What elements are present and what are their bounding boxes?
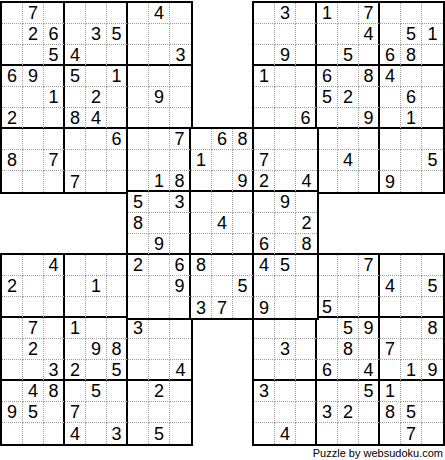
top-right-cell-r4c21[interactable] — [422, 66, 443, 87]
center-cell-r8c9[interactable] — [170, 150, 191, 171]
center-cell-r8c10[interactable]: 1 — [191, 150, 212, 171]
top-right-cell-r1c18[interactable]: 7 — [359, 3, 380, 24]
top-right-cell-r6c13[interactable] — [254, 108, 275, 129]
bottom-left-cell-r18c8[interactable] — [149, 360, 170, 381]
top-right-cell-r1c16[interactable]: 1 — [317, 3, 338, 24]
top-left-cell-r9c5[interactable] — [86, 171, 107, 192]
bottom-right-cell-r20c15[interactable] — [296, 402, 317, 423]
top-right-cell-r3c15[interactable] — [296, 45, 317, 66]
bottom-left-cell-r21c1[interactable] — [2, 423, 23, 444]
center-cell-r14c14[interactable] — [275, 276, 296, 297]
center-cell-r9c11[interactable] — [212, 171, 233, 192]
center-cell-r13c7[interactable]: 2 — [128, 255, 149, 276]
bottom-left-cell-r20c1[interactable]: 9 — [2, 402, 23, 423]
bottom-right-cell-r14c20[interactable] — [401, 276, 422, 297]
top-right-cell-r6c20[interactable]: 1 — [401, 108, 422, 129]
bottom-right-cell-r19c21[interactable] — [422, 381, 443, 402]
top-left-cell-r5c8[interactable]: 9 — [149, 87, 170, 108]
bottom-right-cell-r20c16[interactable]: 3 — [317, 402, 338, 423]
center-cell-r10c14[interactable]: 9 — [275, 192, 296, 213]
center-cell-r12c12[interactable] — [233, 234, 254, 255]
top-left-cell-r6c3[interactable] — [44, 108, 65, 129]
bottom-left-cell-r13c2[interactable] — [23, 255, 44, 276]
bottom-left-cell-r16c1[interactable] — [2, 318, 23, 339]
bottom-right-cell-r13c16[interactable] — [317, 255, 338, 276]
bottom-left-cell-r17c6[interactable]: 8 — [107, 339, 128, 360]
center-cell-r9c12[interactable]: 9 — [233, 171, 254, 192]
top-right-cell-r9c21[interactable] — [422, 171, 443, 192]
top-right-cell-r8c17[interactable]: 4 — [338, 150, 359, 171]
top-left-cell-r3c4[interactable]: 4 — [65, 45, 86, 66]
top-right-cell-r3c14[interactable]: 9 — [275, 45, 296, 66]
bottom-right-cell-r16c18[interactable]: 9 — [359, 318, 380, 339]
bottom-left-cell-r13c1[interactable] — [2, 255, 23, 276]
top-right-cell-r3c20[interactable]: 8 — [401, 45, 422, 66]
top-right-cell-r3c13[interactable] — [254, 45, 275, 66]
bottom-left-cell-r15c1[interactable] — [2, 297, 23, 318]
bottom-right-cell-r19c17[interactable] — [338, 381, 359, 402]
bottom-left-cell-r17c8[interactable] — [149, 339, 170, 360]
top-right-cell-r1c14[interactable]: 3 — [275, 3, 296, 24]
top-right-cell-r1c20[interactable] — [401, 3, 422, 24]
top-left-cell-r8c6[interactable] — [107, 150, 128, 171]
bottom-right-cell-r18c17[interactable] — [338, 360, 359, 381]
top-left-cell-r8c5[interactable] — [86, 150, 107, 171]
bottom-right-cell-r13c19[interactable] — [380, 255, 401, 276]
top-left-cell-r8c4[interactable] — [65, 150, 86, 171]
bottom-left-cell-r19c7[interactable] — [128, 381, 149, 402]
bottom-right-cell-r13c17[interactable] — [338, 255, 359, 276]
center-cell-r14c11[interactable] — [212, 276, 233, 297]
bottom-left-cell-r14c5[interactable]: 1 — [86, 276, 107, 297]
top-left-cell-r1c8[interactable]: 4 — [149, 3, 170, 24]
top-left-cell-r6c4[interactable]: 8 — [65, 108, 86, 129]
bottom-right-cell-r18c15[interactable] — [296, 360, 317, 381]
top-right-cell-r3c21[interactable] — [422, 45, 443, 66]
top-left-cell-r8c2[interactable] — [23, 150, 44, 171]
top-left-cell-r5c5[interactable]: 2 — [86, 87, 107, 108]
center-cell-r8c7[interactable] — [128, 150, 149, 171]
bottom-left-cell-r21c7[interactable] — [128, 423, 149, 444]
bottom-left-cell-r15c3[interactable] — [44, 297, 65, 318]
bottom-left-cell-r16c9[interactable] — [170, 318, 191, 339]
bottom-right-cell-r16c16[interactable] — [317, 318, 338, 339]
bottom-left-cell-r16c8[interactable] — [149, 318, 170, 339]
center-cell-r12c11[interactable] — [212, 234, 233, 255]
center-cell-r13c13[interactable]: 4 — [254, 255, 275, 276]
bottom-left-cell-r18c6[interactable]: 5 — [107, 360, 128, 381]
top-left-cell-r3c6[interactable] — [107, 45, 128, 66]
bottom-right-cell-r14c21[interactable]: 5 — [422, 276, 443, 297]
top-left-cell-r2c7[interactable] — [128, 24, 149, 45]
bottom-right-cell-r15c21[interactable] — [422, 297, 443, 318]
bottom-right-cell-r16c15[interactable] — [296, 318, 317, 339]
bottom-left-cell-r13c5[interactable] — [86, 255, 107, 276]
center-cell-r15c14[interactable] — [275, 297, 296, 318]
top-left-cell-r4c7[interactable] — [128, 66, 149, 87]
top-left-cell-r1c3[interactable] — [44, 3, 65, 24]
center-cell-r10c7[interactable]: 5 — [128, 192, 149, 213]
center-cell-r15c12[interactable] — [233, 297, 254, 318]
center-cell-r15c10[interactable]: 3 — [191, 297, 212, 318]
bottom-right-cell-r17c21[interactable] — [422, 339, 443, 360]
center-cell-r12c15[interactable]: 8 — [296, 234, 317, 255]
top-left-cell-r8c1[interactable]: 8 — [2, 150, 23, 171]
top-left-cell-r7c1[interactable] — [2, 129, 23, 150]
top-right-cell-r4c14[interactable] — [275, 66, 296, 87]
top-left-cell-r7c6[interactable]: 6 — [107, 129, 128, 150]
center-cell-r7c7[interactable] — [128, 129, 149, 150]
bottom-left-cell-r16c3[interactable] — [44, 318, 65, 339]
bottom-right-cell-r20c19[interactable]: 8 — [380, 402, 401, 423]
center-cell-r11c15[interactable]: 2 — [296, 213, 317, 234]
top-right-cell-r4c13[interactable]: 1 — [254, 66, 275, 87]
top-right-cell-r3c18[interactable] — [359, 45, 380, 66]
top-right-cell-r4c19[interactable]: 4 — [380, 66, 401, 87]
center-cell-r10c10[interactable] — [191, 192, 212, 213]
top-left-cell-r1c4[interactable] — [65, 3, 86, 24]
top-left-cell-r6c9[interactable] — [170, 108, 191, 129]
top-right-cell-r1c17[interactable] — [338, 3, 359, 24]
center-cell-r9c7[interactable] — [128, 171, 149, 192]
bottom-right-cell-r21c17[interactable] — [338, 423, 359, 444]
top-right-cell-r6c21[interactable] — [422, 108, 443, 129]
center-cell-r12c10[interactable] — [191, 234, 212, 255]
center-cell-r10c9[interactable]: 3 — [170, 192, 191, 213]
top-right-cell-r6c19[interactable] — [380, 108, 401, 129]
bottom-right-cell-r13c18[interactable]: 7 — [359, 255, 380, 276]
bottom-right-cell-r16c19[interactable] — [380, 318, 401, 339]
bottom-left-cell-r20c8[interactable] — [149, 402, 170, 423]
center-cell-r14c9[interactable]: 9 — [170, 276, 191, 297]
center-cell-r12c9[interactable] — [170, 234, 191, 255]
center-cell-r11c14[interactable] — [275, 213, 296, 234]
bottom-right-cell-r19c13[interactable]: 3 — [254, 381, 275, 402]
top-left-cell-r4c8[interactable] — [149, 66, 170, 87]
bottom-left-cell-r17c7[interactable] — [128, 339, 149, 360]
top-right-cell-r6c16[interactable] — [317, 108, 338, 129]
bottom-left-cell-r18c1[interactable] — [2, 360, 23, 381]
top-right-cell-r7c18[interactable] — [359, 129, 380, 150]
bottom-left-cell-r20c9[interactable] — [170, 402, 191, 423]
center-cell-r11c9[interactable] — [170, 213, 191, 234]
bottom-right-cell-r17c20[interactable] — [401, 339, 422, 360]
center-cell-r7c13[interactable] — [254, 129, 275, 150]
bottom-right-cell-r19c19[interactable]: 1 — [380, 381, 401, 402]
top-right-cell-r6c15[interactable]: 6 — [296, 108, 317, 129]
bottom-right-cell-r18c14[interactable] — [275, 360, 296, 381]
center-cell-r14c13[interactable] — [254, 276, 275, 297]
bottom-right-cell-r20c13[interactable] — [254, 402, 275, 423]
center-cell-r13c11[interactable] — [212, 255, 233, 276]
bottom-right-cell-r20c17[interactable]: 2 — [338, 402, 359, 423]
center-cell-r7c11[interactable]: 6 — [212, 129, 233, 150]
bottom-left-cell-r19c8[interactable]: 2 — [149, 381, 170, 402]
bottom-left-cell-r18c9[interactable]: 4 — [170, 360, 191, 381]
bottom-left-cell-r15c5[interactable] — [86, 297, 107, 318]
center-cell-r9c9[interactable]: 8 — [170, 171, 191, 192]
bottom-right-cell-r15c18[interactable] — [359, 297, 380, 318]
top-left-cell-r2c5[interactable]: 3 — [86, 24, 107, 45]
top-right-cell-r5c19[interactable] — [380, 87, 401, 108]
bottom-left-cell-r14c6[interactable] — [107, 276, 128, 297]
bottom-right-cell-r16c13[interactable] — [254, 318, 275, 339]
top-right-cell-r1c21[interactable] — [422, 3, 443, 24]
bottom-left-cell-r20c5[interactable] — [86, 402, 107, 423]
center-cell-r8c15[interactable] — [296, 150, 317, 171]
bottom-left-cell-r14c4[interactable] — [65, 276, 86, 297]
center-cell-r15c15[interactable] — [296, 297, 317, 318]
top-left-cell-r3c1[interactable] — [2, 45, 23, 66]
bottom-left-cell-r17c5[interactable]: 9 — [86, 339, 107, 360]
top-right-cell-r9c17[interactable] — [338, 171, 359, 192]
bottom-left-cell-r19c5[interactable]: 5 — [86, 381, 107, 402]
center-cell-r14c10[interactable] — [191, 276, 212, 297]
bottom-right-cell-r17c18[interactable] — [359, 339, 380, 360]
top-left-cell-r2c2[interactable]: 2 — [23, 24, 44, 45]
bottom-left-cell-r18c5[interactable] — [86, 360, 107, 381]
top-right-cell-r9c18[interactable] — [359, 171, 380, 192]
bottom-right-cell-r14c16[interactable] — [317, 276, 338, 297]
center-cell-r15c9[interactable] — [170, 297, 191, 318]
center-cell-r9c8[interactable]: 1 — [149, 171, 170, 192]
bottom-right-cell-r19c14[interactable] — [275, 381, 296, 402]
top-right-cell-r9c20[interactable] — [401, 171, 422, 192]
top-left-cell-r5c6[interactable] — [107, 87, 128, 108]
top-right-cell-r4c18[interactable]: 8 — [359, 66, 380, 87]
center-cell-r10c13[interactable] — [254, 192, 275, 213]
bottom-right-cell-r21c21[interactable] — [422, 423, 443, 444]
top-right-cell-r5c14[interactable] — [275, 87, 296, 108]
top-left-cell-r1c9[interactable] — [170, 3, 191, 24]
center-cell-r12c8[interactable]: 9 — [149, 234, 170, 255]
center-cell-r11c8[interactable] — [149, 213, 170, 234]
top-left-cell-r6c8[interactable] — [149, 108, 170, 129]
center-cell-r11c10[interactable] — [191, 213, 212, 234]
bottom-left-cell-r20c3[interactable] — [44, 402, 65, 423]
top-right-cell-r7c21[interactable] — [422, 129, 443, 150]
bottom-left-cell-r21c2[interactable] — [23, 423, 44, 444]
top-right-cell-r2c20[interactable]: 5 — [401, 24, 422, 45]
bottom-left-cell-r16c4[interactable]: 1 — [65, 318, 86, 339]
bottom-right-cell-r21c14[interactable]: 4 — [275, 423, 296, 444]
top-right-cell-r3c16[interactable] — [317, 45, 338, 66]
top-left-cell-r3c9[interactable]: 3 — [170, 45, 191, 66]
bottom-left-cell-r19c6[interactable] — [107, 381, 128, 402]
top-right-cell-r1c19[interactable] — [380, 3, 401, 24]
top-right-cell-r5c15[interactable] — [296, 87, 317, 108]
top-left-cell-r7c4[interactable] — [65, 129, 86, 150]
top-left-cell-r6c2[interactable] — [23, 108, 44, 129]
bottom-right-cell-r14c19[interactable]: 4 — [380, 276, 401, 297]
center-cell-r7c12[interactable]: 8 — [233, 129, 254, 150]
top-right-cell-r9c16[interactable] — [317, 171, 338, 192]
bottom-left-cell-r17c4[interactable] — [65, 339, 86, 360]
bottom-right-cell-r16c14[interactable] — [275, 318, 296, 339]
bottom-left-cell-r13c4[interactable] — [65, 255, 86, 276]
top-left-cell-r5c9[interactable] — [170, 87, 191, 108]
top-right-cell-r8c16[interactable] — [317, 150, 338, 171]
bottom-left-cell-r13c3[interactable]: 4 — [44, 255, 65, 276]
center-cell-r8c8[interactable] — [149, 150, 170, 171]
bottom-right-cell-r15c17[interactable] — [338, 297, 359, 318]
top-right-cell-r5c13[interactable] — [254, 87, 275, 108]
bottom-left-cell-r15c4[interactable] — [65, 297, 86, 318]
bottom-right-cell-r16c17[interactable]: 5 — [338, 318, 359, 339]
bottom-right-cell-r18c21[interactable]: 9 — [422, 360, 443, 381]
center-cell-r11c7[interactable]: 8 — [128, 213, 149, 234]
top-right-cell-r7c16[interactable] — [317, 129, 338, 150]
center-cell-r15c11[interactable]: 7 — [212, 297, 233, 318]
bottom-right-cell-r18c13[interactable] — [254, 360, 275, 381]
center-cell-r7c14[interactable] — [275, 129, 296, 150]
top-left-cell-r2c1[interactable] — [2, 24, 23, 45]
center-cell-r7c15[interactable] — [296, 129, 317, 150]
top-left-cell-r6c7[interactable] — [128, 108, 149, 129]
top-right-cell-r5c16[interactable]: 5 — [317, 87, 338, 108]
top-left-cell-r6c1[interactable]: 2 — [2, 108, 23, 129]
bottom-left-cell-r14c3[interactable] — [44, 276, 65, 297]
bottom-left-cell-r21c6[interactable]: 3 — [107, 423, 128, 444]
bottom-left-cell-r21c9[interactable] — [170, 423, 191, 444]
top-right-cell-r2c21[interactable]: 1 — [422, 24, 443, 45]
center-cell-r7c9[interactable]: 7 — [170, 129, 191, 150]
center-cell-r8c14[interactable] — [275, 150, 296, 171]
bottom-right-cell-r13c21[interactable] — [422, 255, 443, 276]
center-cell-r9c10[interactable] — [191, 171, 212, 192]
top-left-cell-r8c3[interactable]: 7 — [44, 150, 65, 171]
bottom-left-cell-r15c2[interactable] — [23, 297, 44, 318]
top-left-cell-r9c4[interactable]: 7 — [65, 171, 86, 192]
top-right-cell-r2c16[interactable] — [317, 24, 338, 45]
bottom-right-cell-r17c15[interactable] — [296, 339, 317, 360]
bottom-right-cell-r18c18[interactable]: 4 — [359, 360, 380, 381]
bottom-right-cell-r20c14[interactable] — [275, 402, 296, 423]
top-left-cell-r5c3[interactable]: 1 — [44, 87, 65, 108]
center-cell-r7c8[interactable] — [149, 129, 170, 150]
bottom-right-cell-r20c18[interactable] — [359, 402, 380, 423]
top-right-cell-r3c17[interactable]: 5 — [338, 45, 359, 66]
bottom-right-cell-r20c21[interactable] — [422, 402, 443, 423]
top-left-cell-r2c9[interactable] — [170, 24, 191, 45]
bottom-right-cell-r21c18[interactable] — [359, 423, 380, 444]
center-cell-r8c12[interactable] — [233, 150, 254, 171]
top-left-cell-r7c5[interactable] — [86, 129, 107, 150]
top-left-cell-r3c7[interactable] — [128, 45, 149, 66]
top-right-cell-r8c19[interactable] — [380, 150, 401, 171]
top-right-cell-r4c17[interactable] — [338, 66, 359, 87]
bottom-right-cell-r16c21[interactable]: 8 — [422, 318, 443, 339]
bottom-right-cell-r14c18[interactable] — [359, 276, 380, 297]
center-cell-r12c13[interactable]: 6 — [254, 234, 275, 255]
bottom-left-cell-r18c7[interactable] — [128, 360, 149, 381]
top-right-cell-r1c13[interactable] — [254, 3, 275, 24]
top-left-cell-r9c6[interactable] — [107, 171, 128, 192]
top-right-cell-r4c15[interactable] — [296, 66, 317, 87]
center-cell-r7c10[interactable] — [191, 129, 212, 150]
bottom-left-cell-r21c3[interactable] — [44, 423, 65, 444]
top-left-cell-r4c5[interactable] — [86, 66, 107, 87]
top-right-cell-r8c21[interactable]: 5 — [422, 150, 443, 171]
center-cell-r14c12[interactable]: 5 — [233, 276, 254, 297]
top-right-cell-r1c15[interactable] — [296, 3, 317, 24]
bottom-left-cell-r20c7[interactable] — [128, 402, 149, 423]
bottom-left-cell-r16c7[interactable]: 3 — [128, 318, 149, 339]
center-cell-r8c11[interactable] — [212, 150, 233, 171]
center-cell-r8c13[interactable]: 7 — [254, 150, 275, 171]
top-left-cell-r3c5[interactable] — [86, 45, 107, 66]
bottom-right-cell-r19c16[interactable] — [317, 381, 338, 402]
top-right-cell-r3c19[interactable]: 6 — [380, 45, 401, 66]
top-right-cell-r5c18[interactable] — [359, 87, 380, 108]
bottom-right-cell-r14c17[interactable] — [338, 276, 359, 297]
center-cell-r15c7[interactable] — [128, 297, 149, 318]
bottom-left-cell-r17c9[interactable] — [170, 339, 191, 360]
top-left-cell-r5c2[interactable] — [23, 87, 44, 108]
center-cell-r13c8[interactable] — [149, 255, 170, 276]
bottom-left-cell-r19c9[interactable] — [170, 381, 191, 402]
bottom-left-cell-r19c1[interactable] — [2, 381, 23, 402]
top-left-cell-r6c6[interactable] — [107, 108, 128, 129]
bottom-right-cell-r21c19[interactable] — [380, 423, 401, 444]
bottom-right-cell-r17c17[interactable]: 8 — [338, 339, 359, 360]
top-left-cell-r9c3[interactable] — [44, 171, 65, 192]
center-cell-r11c11[interactable]: 4 — [212, 213, 233, 234]
top-right-cell-r2c18[interactable]: 4 — [359, 24, 380, 45]
bottom-right-cell-r18c16[interactable]: 6 — [317, 360, 338, 381]
center-cell-r9c15[interactable]: 4 — [296, 171, 317, 192]
top-right-cell-r4c20[interactable] — [401, 66, 422, 87]
bottom-left-cell-r13c6[interactable] — [107, 255, 128, 276]
bottom-left-cell-r16c2[interactable]: 7 — [23, 318, 44, 339]
bottom-right-cell-r20c20[interactable]: 5 — [401, 402, 422, 423]
center-cell-r14c8[interactable] — [149, 276, 170, 297]
bottom-right-cell-r21c16[interactable] — [317, 423, 338, 444]
center-cell-r10c15[interactable] — [296, 192, 317, 213]
bottom-left-cell-r19c4[interactable] — [65, 381, 86, 402]
top-right-cell-r6c18[interactable]: 9 — [359, 108, 380, 129]
bottom-left-cell-r14c2[interactable] — [23, 276, 44, 297]
top-right-cell-r2c17[interactable] — [338, 24, 359, 45]
top-left-cell-r4c6[interactable]: 1 — [107, 66, 128, 87]
top-right-cell-r8c20[interactable] — [401, 150, 422, 171]
center-cell-r11c12[interactable] — [233, 213, 254, 234]
bottom-right-cell-r21c13[interactable] — [254, 423, 275, 444]
bottom-right-cell-r15c20[interactable] — [401, 297, 422, 318]
top-left-cell-r2c4[interactable] — [65, 24, 86, 45]
center-cell-r14c7[interactable] — [128, 276, 149, 297]
top-left-cell-r2c3[interactable]: 6 — [44, 24, 65, 45]
bottom-right-cell-r18c20[interactable]: 1 — [401, 360, 422, 381]
bottom-right-cell-r15c19[interactable] — [380, 297, 401, 318]
center-cell-r10c12[interactable] — [233, 192, 254, 213]
bottom-right-cell-r15c16[interactable]: 5 — [317, 297, 338, 318]
bottom-left-cell-r21c5[interactable] — [86, 423, 107, 444]
center-cell-r13c15[interactable] — [296, 255, 317, 276]
bottom-right-cell-r21c15[interactable] — [296, 423, 317, 444]
top-left-cell-r7c3[interactable] — [44, 129, 65, 150]
bottom-left-cell-r19c3[interactable]: 8 — [44, 381, 65, 402]
bottom-left-cell-r17c2[interactable]: 2 — [23, 339, 44, 360]
bottom-right-cell-r17c16[interactable] — [317, 339, 338, 360]
center-cell-r11c13[interactable] — [254, 213, 275, 234]
top-left-cell-r1c5[interactable] — [86, 3, 107, 24]
bottom-left-cell-r16c5[interactable] — [86, 318, 107, 339]
bottom-right-cell-r17c13[interactable] — [254, 339, 275, 360]
top-left-cell-r5c7[interactable] — [128, 87, 149, 108]
bottom-right-cell-r18c19[interactable] — [380, 360, 401, 381]
top-left-cell-r4c3[interactable] — [44, 66, 65, 87]
